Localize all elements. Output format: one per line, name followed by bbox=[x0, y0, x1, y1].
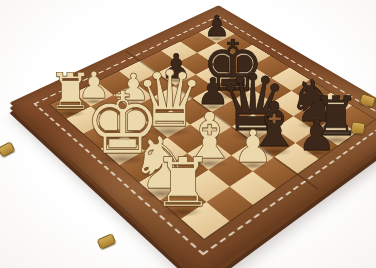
piece-black-pawn-h6[interactable]: ♟ bbox=[298, 114, 337, 157]
piece-white-pawn-g4[interactable]: ♟ bbox=[233, 124, 273, 169]
left-hinge bbox=[0, 141, 15, 158]
piece-white-rook-g1[interactable]: ♜ bbox=[152, 149, 213, 217]
chess-set-photo: ♟♟♟♚♛♝♞♜♟♜♟♟♚♛♝♞♜♟ bbox=[0, 0, 376, 268]
bottom-hinge bbox=[96, 233, 116, 250]
